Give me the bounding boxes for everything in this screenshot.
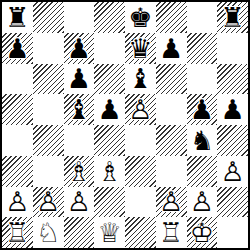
square-g5[interactable]: ♟︎ — [187, 94, 218, 125]
white-pawn: ♟︎♙︎ — [156, 187, 187, 218]
square-d6[interactable] — [94, 64, 125, 95]
square-f1[interactable]: ♜︎♖︎ — [156, 217, 187, 248]
square-b8[interactable] — [33, 2, 64, 33]
white-rook: ♜︎♖︎ — [2, 217, 33, 248]
piece-outline-layer: ♙︎ — [187, 187, 218, 218]
square-b2[interactable]: ♟︎♙︎ — [33, 187, 64, 218]
piece-fill-layer: ♟︎ — [217, 156, 248, 187]
white-pawn: ♟︎♙︎ — [125, 94, 156, 125]
square-d4[interactable] — [94, 125, 125, 156]
piece-fill-layer: ♟︎ — [156, 187, 187, 218]
square-e8[interactable]: ♚︎ — [125, 2, 156, 33]
square-f5[interactable] — [156, 94, 187, 125]
square-c6[interactable]: ♟︎ — [64, 64, 95, 95]
piece-solid-layer: ♟︎ — [217, 94, 248, 125]
square-b1[interactable]: ♞︎♘︎ — [33, 217, 64, 248]
square-a1[interactable]: ♜︎♖︎ — [2, 217, 33, 248]
black-rook: ♜︎ — [217, 2, 248, 33]
square-c1[interactable] — [64, 217, 95, 248]
black-pawn: ♟︎ — [64, 64, 95, 95]
square-b6[interactable] — [33, 64, 64, 95]
white-pawn: ♟︎♙︎ — [33, 187, 64, 218]
black-king: ♚︎ — [125, 2, 156, 33]
piece-fill-layer: ♟︎ — [2, 187, 33, 218]
square-a3[interactable] — [2, 156, 33, 187]
white-pawn: ♟︎♙︎ — [2, 187, 33, 218]
black-rook: ♜︎ — [2, 2, 33, 33]
piece-solid-layer: ♝︎ — [125, 64, 156, 95]
chess-board: ♜︎♚︎♜︎♟︎♟︎♛︎♟︎♟︎♝︎♝︎♟︎♟︎♙︎♟︎♟︎♞︎♝︎♗︎♝︎♗︎… — [0, 0, 250, 250]
square-h6[interactable] — [217, 64, 248, 95]
square-a7[interactable]: ♟︎ — [2, 33, 33, 64]
square-b7[interactable] — [33, 33, 64, 64]
square-c7[interactable]: ♟︎ — [64, 33, 95, 64]
black-bishop: ♝︎ — [64, 94, 95, 125]
piece-solid-layer: ♟︎ — [64, 33, 95, 64]
piece-fill-layer: ♝︎ — [94, 156, 125, 187]
piece-fill-layer: ♞︎ — [33, 217, 64, 248]
square-c5[interactable]: ♝︎ — [64, 94, 95, 125]
piece-solid-layer: ♝︎ — [64, 94, 95, 125]
piece-fill-layer: ♟︎ — [125, 94, 156, 125]
square-c8[interactable] — [64, 2, 95, 33]
black-pawn: ♟︎ — [187, 94, 218, 125]
piece-solid-layer: ♛︎ — [125, 33, 156, 64]
piece-solid-layer: ♟︎ — [156, 33, 187, 64]
square-g1[interactable]: ♚︎♔︎ — [187, 217, 218, 248]
black-pawn: ♟︎ — [2, 33, 33, 64]
square-d5[interactable]: ♟︎ — [94, 94, 125, 125]
square-g3[interactable] — [187, 156, 218, 187]
piece-outline-layer: ♔︎ — [187, 217, 218, 248]
piece-outline-layer: ♙︎ — [2, 187, 33, 218]
square-c4[interactable] — [64, 125, 95, 156]
piece-solid-layer: ♜︎ — [2, 2, 33, 33]
piece-fill-layer: ♟︎ — [187, 187, 218, 218]
piece-solid-layer: ♟︎ — [2, 33, 33, 64]
square-d7[interactable] — [94, 33, 125, 64]
white-pawn: ♟︎♙︎ — [187, 187, 218, 218]
square-d1[interactable]: ♛︎♕︎ — [94, 217, 125, 248]
square-f4[interactable] — [156, 125, 187, 156]
square-e1[interactable] — [125, 217, 156, 248]
square-e7[interactable]: ♛︎ — [125, 33, 156, 64]
piece-solid-layer: ♟︎ — [187, 94, 218, 125]
square-d8[interactable] — [94, 2, 125, 33]
black-bishop: ♝︎ — [125, 64, 156, 95]
piece-outline-layer: ♙︎ — [217, 156, 248, 187]
piece-fill-layer: ♚︎ — [187, 217, 218, 248]
white-king: ♚︎♔︎ — [187, 217, 218, 248]
white-pawn: ♟︎♙︎ — [64, 187, 95, 218]
white-rook: ♜︎♖︎ — [156, 217, 187, 248]
square-f6[interactable] — [156, 64, 187, 95]
piece-fill-layer: ♝︎ — [64, 156, 95, 187]
piece-outline-layer: ♗︎ — [64, 156, 95, 187]
square-g7[interactable] — [187, 33, 218, 64]
piece-outline-layer: ♙︎ — [156, 187, 187, 218]
square-b4[interactable] — [33, 125, 64, 156]
square-b5[interactable] — [33, 94, 64, 125]
square-c3[interactable]: ♝︎♗︎ — [64, 156, 95, 187]
piece-solid-layer: ♚︎ — [125, 2, 156, 33]
black-pawn: ♟︎ — [156, 33, 187, 64]
piece-outline-layer: ♙︎ — [125, 94, 156, 125]
square-d3[interactable]: ♝︎♗︎ — [94, 156, 125, 187]
square-f7[interactable]: ♟︎ — [156, 33, 187, 64]
square-h1[interactable] — [217, 217, 248, 248]
square-e3[interactable] — [125, 156, 156, 187]
piece-outline-layer: ♙︎ — [64, 187, 95, 218]
square-a4[interactable] — [2, 125, 33, 156]
black-queen: ♛︎ — [125, 33, 156, 64]
square-g8[interactable] — [187, 2, 218, 33]
piece-fill-layer: ♟︎ — [33, 187, 64, 218]
piece-solid-layer: ♟︎ — [94, 94, 125, 125]
piece-fill-layer: ♛︎ — [94, 217, 125, 248]
square-e2[interactable] — [125, 187, 156, 218]
square-h2[interactable] — [217, 187, 248, 218]
square-g4[interactable]: ♞︎ — [187, 125, 218, 156]
white-bishop: ♝︎♗︎ — [94, 156, 125, 187]
square-e5[interactable]: ♟︎♙︎ — [125, 94, 156, 125]
square-h8[interactable]: ♜︎ — [217, 2, 248, 33]
piece-outline-layer: ♕︎ — [94, 217, 125, 248]
piece-solid-layer: ♟︎ — [64, 64, 95, 95]
square-g2[interactable]: ♟︎♙︎ — [187, 187, 218, 218]
black-pawn: ♟︎ — [217, 94, 248, 125]
piece-outline-layer: ♖︎ — [2, 217, 33, 248]
square-f3[interactable] — [156, 156, 187, 187]
white-queen: ♛︎♕︎ — [94, 217, 125, 248]
square-a2[interactable]: ♟︎♙︎ — [2, 187, 33, 218]
piece-outline-layer: ♘︎ — [33, 217, 64, 248]
piece-solid-layer: ♞︎ — [187, 125, 218, 156]
square-h4[interactable] — [217, 125, 248, 156]
piece-outline-layer: ♙︎ — [33, 187, 64, 218]
white-knight: ♞︎♘︎ — [33, 217, 64, 248]
white-bishop: ♝︎♗︎ — [64, 156, 95, 187]
piece-fill-layer: ♜︎ — [156, 217, 187, 248]
piece-fill-layer: ♟︎ — [64, 187, 95, 218]
square-a5[interactable] — [2, 94, 33, 125]
square-d2[interactable] — [94, 187, 125, 218]
piece-solid-layer: ♜︎ — [217, 2, 248, 33]
square-b3[interactable] — [33, 156, 64, 187]
square-e4[interactable] — [125, 125, 156, 156]
square-c2[interactable]: ♟︎♙︎ — [64, 187, 95, 218]
piece-outline-layer: ♖︎ — [156, 217, 187, 248]
square-f8[interactable] — [156, 2, 187, 33]
square-e6[interactable]: ♝︎ — [125, 64, 156, 95]
black-pawn: ♟︎ — [64, 33, 95, 64]
black-pawn: ♟︎ — [94, 94, 125, 125]
square-f2[interactable]: ♟︎♙︎ — [156, 187, 187, 218]
square-h5[interactable]: ♟︎ — [217, 94, 248, 125]
piece-outline-layer: ♗︎ — [94, 156, 125, 187]
square-g6[interactable] — [187, 64, 218, 95]
square-h7[interactable] — [217, 33, 248, 64]
square-h3[interactable]: ♟︎♙︎ — [217, 156, 248, 187]
square-a8[interactable]: ♜︎ — [2, 2, 33, 33]
black-knight: ♞︎ — [187, 125, 218, 156]
piece-fill-layer: ♜︎ — [2, 217, 33, 248]
square-a6[interactable] — [2, 64, 33, 95]
white-pawn: ♟︎♙︎ — [217, 156, 248, 187]
